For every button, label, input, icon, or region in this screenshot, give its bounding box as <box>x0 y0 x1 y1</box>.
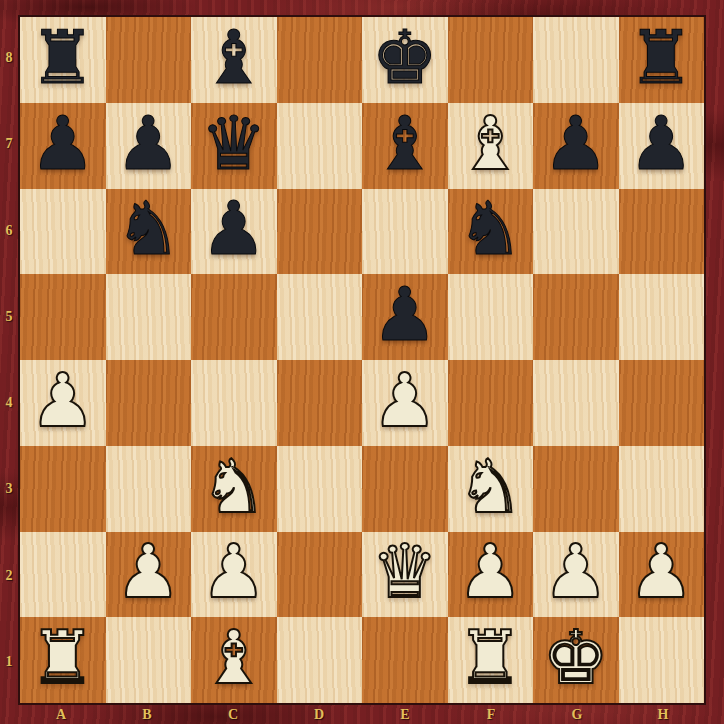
square-h2[interactable]: ♟ <box>619 532 705 618</box>
rank-label-1: 1 <box>0 619 18 705</box>
square-f2[interactable]: ♟ <box>448 532 534 618</box>
square-g6[interactable] <box>533 189 619 275</box>
square-a4[interactable]: ♟ <box>20 360 106 446</box>
square-e5[interactable]: ♟ <box>362 274 448 360</box>
square-b8[interactable] <box>106 17 192 103</box>
square-b7[interactable]: ♟ <box>106 103 192 189</box>
square-b6[interactable]: ♞ <box>106 189 192 275</box>
square-g3[interactable] <box>533 446 619 532</box>
square-a6[interactable] <box>20 189 106 275</box>
square-e8[interactable]: ♚ <box>362 17 448 103</box>
black-pawn-e5[interactable]: ♟ <box>372 277 438 351</box>
black-bishop-e7[interactable]: ♝ <box>372 106 438 180</box>
square-h8[interactable]: ♜ <box>619 17 705 103</box>
square-b5[interactable] <box>106 274 192 360</box>
square-d5[interactable] <box>277 274 363 360</box>
white-knight-f3[interactable]: ♞ <box>457 449 523 523</box>
square-b2[interactable]: ♟ <box>106 532 192 618</box>
file-label-a: A <box>18 705 104 724</box>
square-e6[interactable] <box>362 189 448 275</box>
square-f4[interactable] <box>448 360 534 446</box>
square-d6[interactable] <box>277 189 363 275</box>
square-b4[interactable] <box>106 360 192 446</box>
square-c7[interactable]: ♛ <box>191 103 277 189</box>
rank-label-2: 2 <box>0 533 18 619</box>
white-pawn-h2[interactable]: ♟ <box>628 534 694 608</box>
white-queen-e2[interactable]: ♛ <box>372 534 438 608</box>
square-g2[interactable]: ♟ <box>533 532 619 618</box>
white-knight-c3[interactable]: ♞ <box>201 449 267 523</box>
square-c8[interactable]: ♝ <box>191 17 277 103</box>
black-rook-h8[interactable]: ♜ <box>628 20 694 94</box>
white-pawn-c2[interactable]: ♟ <box>201 534 267 608</box>
square-b3[interactable] <box>106 446 192 532</box>
square-f3[interactable]: ♞ <box>448 446 534 532</box>
file-label-b: B <box>104 705 190 724</box>
square-c2[interactable]: ♟ <box>191 532 277 618</box>
black-king-e8[interactable]: ♚ <box>372 20 438 94</box>
square-d1[interactable] <box>277 617 363 703</box>
file-label-d: D <box>276 705 362 724</box>
white-pawn-a4[interactable]: ♟ <box>30 363 96 437</box>
square-f8[interactable] <box>448 17 534 103</box>
square-g7[interactable]: ♟ <box>533 103 619 189</box>
file-label-f: F <box>448 705 534 724</box>
black-queen-c7[interactable]: ♛ <box>201 106 267 180</box>
rank-label-6: 6 <box>0 188 18 274</box>
rank-label-7: 7 <box>0 101 18 187</box>
square-f6[interactable]: ♞ <box>448 189 534 275</box>
square-c3[interactable]: ♞ <box>191 446 277 532</box>
square-h3[interactable] <box>619 446 705 532</box>
file-label-g: G <box>534 705 620 724</box>
square-h5[interactable] <box>619 274 705 360</box>
file-labels: ABCDEFGH <box>18 705 706 724</box>
square-d2[interactable] <box>277 532 363 618</box>
square-e4[interactable]: ♟ <box>362 360 448 446</box>
square-e7[interactable]: ♝ <box>362 103 448 189</box>
square-a8[interactable]: ♜ <box>20 17 106 103</box>
rank-label-4: 4 <box>0 360 18 446</box>
square-a5[interactable] <box>20 274 106 360</box>
white-pawn-e4[interactable]: ♟ <box>372 363 438 437</box>
black-rook-a8[interactable]: ♜ <box>30 20 96 94</box>
square-a3[interactable] <box>20 446 106 532</box>
black-pawn-a7[interactable]: ♟ <box>30 106 96 180</box>
black-pawn-c6[interactable]: ♟ <box>201 191 267 265</box>
square-h1[interactable] <box>619 617 705 703</box>
square-d4[interactable] <box>277 360 363 446</box>
square-f7[interactable]: ♝ <box>448 103 534 189</box>
square-g4[interactable] <box>533 360 619 446</box>
square-c5[interactable] <box>191 274 277 360</box>
square-c4[interactable] <box>191 360 277 446</box>
file-label-c: C <box>190 705 276 724</box>
black-pawn-b7[interactable]: ♟ <box>115 106 181 180</box>
rank-labels: 87654321 <box>0 15 18 705</box>
square-g1[interactable]: ♚ <box>533 617 619 703</box>
black-knight-b6[interactable]: ♞ <box>115 191 181 265</box>
white-rook-a1[interactable]: ♜ <box>30 620 96 694</box>
rank-label-3: 3 <box>0 446 18 532</box>
square-e2[interactable]: ♛ <box>362 532 448 618</box>
black-bishop-c8[interactable]: ♝ <box>201 20 267 94</box>
black-knight-f6[interactable]: ♞ <box>457 191 523 265</box>
black-pawn-g7[interactable]: ♟ <box>543 106 609 180</box>
white-pawn-b2[interactable]: ♟ <box>115 534 181 608</box>
square-g5[interactable] <box>533 274 619 360</box>
square-h7[interactable]: ♟ <box>619 103 705 189</box>
rank-label-5: 5 <box>0 274 18 360</box>
square-a1[interactable]: ♜ <box>20 617 106 703</box>
white-king-g1[interactable]: ♚ <box>543 620 609 694</box>
square-a7[interactable]: ♟ <box>20 103 106 189</box>
file-label-h: H <box>620 705 706 724</box>
white-bishop-f7[interactable]: ♝ <box>457 106 523 180</box>
square-d3[interactable] <box>277 446 363 532</box>
square-a2[interactable] <box>20 532 106 618</box>
square-b1[interactable] <box>106 617 192 703</box>
square-d8[interactable] <box>277 17 363 103</box>
square-h4[interactable] <box>619 360 705 446</box>
square-f5[interactable] <box>448 274 534 360</box>
square-e3[interactable] <box>362 446 448 532</box>
square-c1[interactable]: ♝ <box>191 617 277 703</box>
white-pawn-g2[interactable]: ♟ <box>543 534 609 608</box>
square-h6[interactable] <box>619 189 705 275</box>
square-f1[interactable]: ♜ <box>448 617 534 703</box>
square-g8[interactable] <box>533 17 619 103</box>
file-label-e: E <box>362 705 448 724</box>
white-bishop-c1[interactable]: ♝ <box>201 620 267 694</box>
white-pawn-f2[interactable]: ♟ <box>457 534 523 608</box>
square-c6[interactable]: ♟ <box>191 189 277 275</box>
chess-board-frame: 87654321 ♜♝♚♜♟♟♛♝♝♟♟♞♟♞♟♟♟♞♞♟♟♛♟♟♟♜♝♜♚ A… <box>0 0 724 724</box>
chess-board: ♜♝♚♜♟♟♛♝♝♟♟♞♟♞♟♟♟♞♞♟♟♛♟♟♟♜♝♜♚ <box>18 15 706 705</box>
square-d7[interactable] <box>277 103 363 189</box>
black-pawn-h7[interactable]: ♟ <box>628 106 694 180</box>
rank-label-8: 8 <box>0 15 18 101</box>
white-rook-f1[interactable]: ♜ <box>457 620 523 694</box>
square-e1[interactable] <box>362 617 448 703</box>
